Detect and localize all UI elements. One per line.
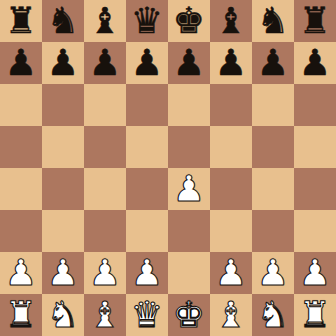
square-h2[interactable]: ♟ (294, 252, 336, 294)
square-g3[interactable] (252, 210, 294, 252)
square-d5[interactable] (126, 126, 168, 168)
square-b8[interactable]: ♞ (42, 0, 84, 42)
square-h7[interactable]: ♟ (294, 42, 336, 84)
black-pawn-icon: ♟ (215, 42, 247, 84)
square-f8[interactable]: ♝ (210, 0, 252, 42)
square-c4[interactable] (84, 168, 126, 210)
square-h8[interactable]: ♜ (294, 0, 336, 42)
square-e2[interactable] (168, 252, 210, 294)
square-d1[interactable]: ♛ (126, 294, 168, 336)
square-f5[interactable] (210, 126, 252, 168)
black-pawn-icon: ♟ (5, 42, 37, 84)
square-b7[interactable]: ♟ (42, 42, 84, 84)
square-b6[interactable] (42, 84, 84, 126)
square-e4[interactable]: ♟ (168, 168, 210, 210)
chess-board: ♜♞♝♛♚♝♞♜♟♟♟♟♟♟♟♟♟♟♟♟♟♟♟♟♜♞♝♛♚♝♞♜ (0, 0, 336, 336)
square-h4[interactable] (294, 168, 336, 210)
square-g2[interactable]: ♟ (252, 252, 294, 294)
square-d3[interactable] (126, 210, 168, 252)
square-a8[interactable]: ♜ (0, 0, 42, 42)
black-knight-icon: ♞ (257, 0, 289, 42)
square-f3[interactable] (210, 210, 252, 252)
square-e1[interactable]: ♚ (168, 294, 210, 336)
black-pawn-icon: ♟ (299, 42, 331, 84)
square-b1[interactable]: ♞ (42, 294, 84, 336)
square-e6[interactable] (168, 84, 210, 126)
square-c2[interactable]: ♟ (84, 252, 126, 294)
black-king-icon: ♚ (173, 0, 205, 42)
black-pawn-icon: ♟ (257, 42, 289, 84)
square-c5[interactable] (84, 126, 126, 168)
white-queen-icon: ♛ (131, 294, 163, 336)
black-rook-icon: ♜ (299, 0, 331, 42)
square-e3[interactable] (168, 210, 210, 252)
square-h6[interactable] (294, 84, 336, 126)
white-pawn-icon: ♟ (131, 252, 163, 294)
square-c1[interactable]: ♝ (84, 294, 126, 336)
square-b2[interactable]: ♟ (42, 252, 84, 294)
square-d7[interactable]: ♟ (126, 42, 168, 84)
square-f4[interactable] (210, 168, 252, 210)
white-bishop-icon: ♝ (89, 294, 121, 336)
white-pawn-icon: ♟ (5, 252, 37, 294)
white-pawn-icon: ♟ (215, 252, 247, 294)
black-pawn-icon: ♟ (173, 42, 205, 84)
square-d8[interactable]: ♛ (126, 0, 168, 42)
square-g4[interactable] (252, 168, 294, 210)
square-a7[interactable]: ♟ (0, 42, 42, 84)
white-king-icon: ♚ (173, 294, 205, 336)
square-d6[interactable] (126, 84, 168, 126)
white-bishop-icon: ♝ (215, 294, 247, 336)
white-knight-icon: ♞ (47, 294, 79, 336)
square-e8[interactable]: ♚ (168, 0, 210, 42)
square-b5[interactable] (42, 126, 84, 168)
square-e5[interactable] (168, 126, 210, 168)
square-c8[interactable]: ♝ (84, 0, 126, 42)
square-e7[interactable]: ♟ (168, 42, 210, 84)
black-pawn-icon: ♟ (131, 42, 163, 84)
square-c3[interactable] (84, 210, 126, 252)
black-pawn-icon: ♟ (89, 42, 121, 84)
white-pawn-icon: ♟ (47, 252, 79, 294)
black-rook-icon: ♜ (5, 0, 37, 42)
square-a1[interactable]: ♜ (0, 294, 42, 336)
black-bishop-icon: ♝ (89, 0, 121, 42)
white-pawn-icon: ♟ (173, 168, 205, 210)
square-h1[interactable]: ♜ (294, 294, 336, 336)
white-knight-icon: ♞ (257, 294, 289, 336)
square-g7[interactable]: ♟ (252, 42, 294, 84)
square-b4[interactable] (42, 168, 84, 210)
white-rook-icon: ♜ (5, 294, 37, 336)
square-a4[interactable] (0, 168, 42, 210)
square-h5[interactable] (294, 126, 336, 168)
white-pawn-icon: ♟ (89, 252, 121, 294)
square-b3[interactable] (42, 210, 84, 252)
square-d2[interactable]: ♟ (126, 252, 168, 294)
square-a3[interactable] (0, 210, 42, 252)
square-g6[interactable] (252, 84, 294, 126)
white-pawn-icon: ♟ (299, 252, 331, 294)
white-rook-icon: ♜ (299, 294, 331, 336)
square-f7[interactable]: ♟ (210, 42, 252, 84)
square-a6[interactable] (0, 84, 42, 126)
square-h3[interactable] (294, 210, 336, 252)
square-c7[interactable]: ♟ (84, 42, 126, 84)
square-g8[interactable]: ♞ (252, 0, 294, 42)
black-bishop-icon: ♝ (215, 0, 247, 42)
square-a2[interactable]: ♟ (0, 252, 42, 294)
white-pawn-icon: ♟ (257, 252, 289, 294)
black-knight-icon: ♞ (47, 0, 79, 42)
square-g1[interactable]: ♞ (252, 294, 294, 336)
square-c6[interactable] (84, 84, 126, 126)
square-f1[interactable]: ♝ (210, 294, 252, 336)
square-g5[interactable] (252, 126, 294, 168)
square-a5[interactable] (0, 126, 42, 168)
square-f6[interactable] (210, 84, 252, 126)
square-f2[interactable]: ♟ (210, 252, 252, 294)
black-pawn-icon: ♟ (47, 42, 79, 84)
square-d4[interactable] (126, 168, 168, 210)
black-queen-icon: ♛ (131, 0, 163, 42)
